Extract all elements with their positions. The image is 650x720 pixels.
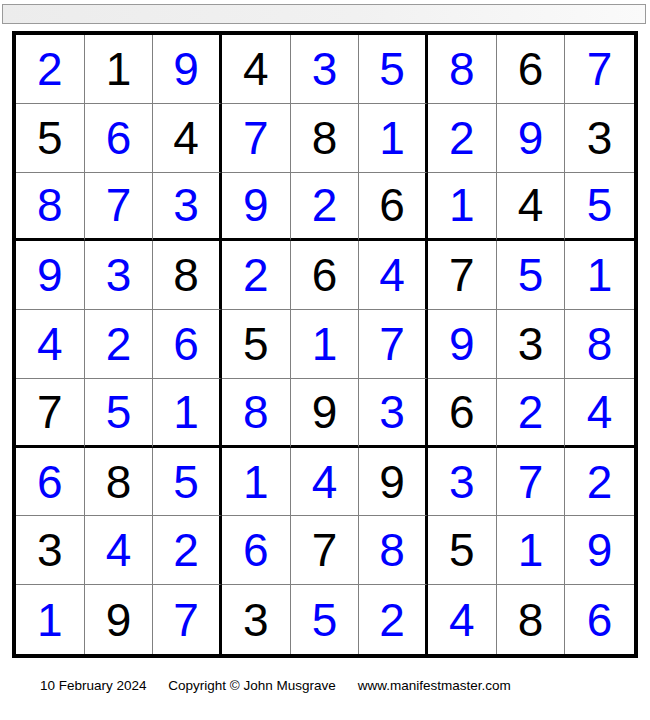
cell-r1c3: 9 — [153, 35, 222, 104]
cell-r6c5: 9 — [291, 379, 360, 448]
cell-r4c3: 8 — [153, 241, 222, 310]
cell-r8c1: 3 — [16, 516, 85, 585]
cell-r7c8: 7 — [497, 448, 566, 517]
cell-r1c9: 7 — [565, 35, 634, 104]
cell-r1c5: 3 — [291, 35, 360, 104]
cell-r6c9: 4 — [565, 379, 634, 448]
cell-r9c4: 3 — [222, 585, 291, 654]
cell-r5c3: 6 — [153, 310, 222, 379]
cell-r9c2: 9 — [85, 585, 154, 654]
cell-r3c9: 5 — [565, 173, 634, 242]
cell-r8c8: 1 — [497, 516, 566, 585]
cell-r4c1: 9 — [16, 241, 85, 310]
cell-r5c1: 4 — [16, 310, 85, 379]
cell-r2c5: 8 — [291, 104, 360, 173]
footer-copyright: Copyright © John Musgrave — [168, 678, 336, 693]
cell-r7c5: 4 — [291, 448, 360, 517]
header-bar — [2, 4, 646, 24]
cell-r5c9: 8 — [565, 310, 634, 379]
cell-r1c6: 5 — [359, 35, 428, 104]
cell-r3c4: 9 — [222, 173, 291, 242]
cell-r3c3: 3 — [153, 173, 222, 242]
cell-r3c2: 7 — [85, 173, 154, 242]
cell-r8c7: 5 — [428, 516, 497, 585]
cell-r7c2: 8 — [85, 448, 154, 517]
cell-r2c8: 9 — [497, 104, 566, 173]
cell-r7c1: 6 — [16, 448, 85, 517]
cell-r2c3: 4 — [153, 104, 222, 173]
cell-r3c5: 2 — [291, 173, 360, 242]
cell-r9c1: 1 — [16, 585, 85, 654]
cell-r1c2: 1 — [85, 35, 154, 104]
cell-r2c1: 5 — [16, 104, 85, 173]
cell-r4c7: 7 — [428, 241, 497, 310]
cell-r6c7: 6 — [428, 379, 497, 448]
cell-r4c2: 3 — [85, 241, 154, 310]
cell-r8c5: 7 — [291, 516, 360, 585]
cell-r3c7: 1 — [428, 173, 497, 242]
cell-r5c5: 1 — [291, 310, 360, 379]
cell-r5c8: 3 — [497, 310, 566, 379]
cell-r6c3: 1 — [153, 379, 222, 448]
cell-r9c9: 6 — [565, 585, 634, 654]
footer-date: 10 February 2024 — [40, 678, 147, 693]
cell-r9c3: 7 — [153, 585, 222, 654]
cell-r8c3: 2 — [153, 516, 222, 585]
cell-r2c7: 2 — [428, 104, 497, 173]
cell-r2c2: 6 — [85, 104, 154, 173]
cell-r2c9: 3 — [565, 104, 634, 173]
cell-r7c4: 1 — [222, 448, 291, 517]
cell-r6c8: 2 — [497, 379, 566, 448]
cell-r5c4: 5 — [222, 310, 291, 379]
cell-r9c6: 2 — [359, 585, 428, 654]
cell-r6c4: 8 — [222, 379, 291, 448]
cell-r4c4: 2 — [222, 241, 291, 310]
cell-r8c2: 4 — [85, 516, 154, 585]
cell-r3c6: 6 — [359, 173, 428, 242]
footer-website: www.manifestmaster.com — [358, 678, 511, 693]
cell-r9c5: 5 — [291, 585, 360, 654]
cell-r1c1: 2 — [16, 35, 85, 104]
cell-r4c9: 1 — [565, 241, 634, 310]
cell-r2c6: 1 — [359, 104, 428, 173]
cell-r6c2: 5 — [85, 379, 154, 448]
cell-r2c4: 7 — [222, 104, 291, 173]
cell-r4c5: 6 — [291, 241, 360, 310]
cell-r1c4: 4 — [222, 35, 291, 104]
cell-r7c7: 3 — [428, 448, 497, 517]
cell-r8c6: 8 — [359, 516, 428, 585]
cell-r9c7: 4 — [428, 585, 497, 654]
cell-r5c6: 7 — [359, 310, 428, 379]
cell-r3c1: 8 — [16, 173, 85, 242]
cell-r6c6: 3 — [359, 379, 428, 448]
cell-r8c4: 6 — [222, 516, 291, 585]
cell-r7c9: 2 — [565, 448, 634, 517]
cell-r4c8: 5 — [497, 241, 566, 310]
cell-r3c8: 4 — [497, 173, 566, 242]
sudoku-board: 2194358675647812938739261459382647514265… — [12, 31, 638, 658]
cell-r7c6: 9 — [359, 448, 428, 517]
cell-r1c8: 6 — [497, 35, 566, 104]
cell-r1c7: 8 — [428, 35, 497, 104]
cell-r5c7: 9 — [428, 310, 497, 379]
cell-r9c8: 8 — [497, 585, 566, 654]
cell-r7c3: 5 — [153, 448, 222, 517]
cell-r5c2: 2 — [85, 310, 154, 379]
cell-r4c6: 4 — [359, 241, 428, 310]
cell-r8c9: 9 — [565, 516, 634, 585]
footer: 10 February 2024 Copyright © John Musgra… — [40, 678, 511, 693]
cell-r6c1: 7 — [16, 379, 85, 448]
